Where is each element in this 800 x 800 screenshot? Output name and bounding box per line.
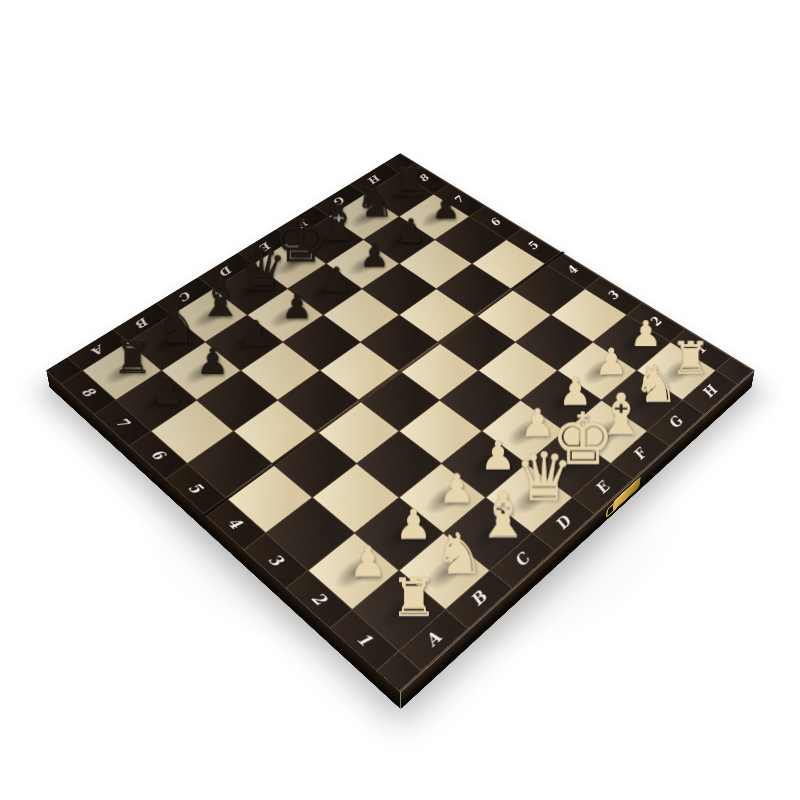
coordinate-label: 6 xyxy=(148,447,168,462)
coordinate-label: 2 xyxy=(308,590,329,608)
piece-white-rook[interactable]: ♜ xyxy=(364,573,464,623)
piece-black-pawn[interactable]: ♟ xyxy=(124,374,210,409)
coordinate-label: F xyxy=(630,447,650,462)
chess-board: ABCDEFGH8♜♞♝♛♚♝♞♜87♟♟♟♟♟♟♟♟7665544332♟♟♟… xyxy=(46,153,755,692)
coordinate-label: 1 xyxy=(353,630,375,649)
coordinate-label: 3 xyxy=(265,552,286,569)
coordinate-label: 3 xyxy=(605,290,622,302)
coordinate-label: H xyxy=(700,384,721,400)
coordinate-label: D xyxy=(553,514,575,532)
coordinate-label: 8 xyxy=(79,385,98,399)
coordinate-label: E xyxy=(593,480,614,496)
coordinate-label: A xyxy=(422,630,445,650)
board-grid: ABCDEFGH8♜♞♝♛♚♝♞♜87♟♟♟♟♟♟♟♟7665544332♟♟♟… xyxy=(46,153,755,692)
coordinate-label: 5 xyxy=(185,480,205,496)
coordinate-label: C xyxy=(511,551,533,569)
coordinate-label: 4 xyxy=(224,515,244,531)
coordinate-label: B xyxy=(468,589,491,609)
coordinate-label: 7 xyxy=(112,416,131,430)
coordinate-label: 5 xyxy=(525,241,542,252)
coordinate-label: 6 xyxy=(487,217,503,227)
coordinate-label: G xyxy=(666,415,687,431)
coordinate-label: 4 xyxy=(564,265,581,276)
scene-stage: ABCDEFGH8♜♞♝♛♚♝♞♜87♟♟♟♟♟♟♟♟7665544332♟♟♟… xyxy=(0,0,800,800)
